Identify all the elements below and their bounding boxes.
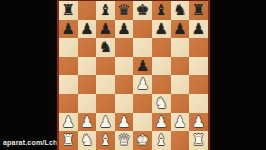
square-h8[interactable]: ♜ [189, 1, 208, 20]
square-g3[interactable] [171, 94, 190, 113]
square-d3[interactable] [115, 94, 134, 113]
square-c6[interactable]: ♞ [96, 38, 115, 57]
square-a8[interactable]: ♜ [59, 1, 78, 20]
black-pawn-piece: ♟ [99, 20, 112, 39]
black-pawn-piece: ♟ [117, 20, 130, 39]
square-e5[interactable]: ♟ [133, 57, 152, 76]
white-pawn-piece: ♟ [155, 113, 168, 132]
square-f7[interactable]: ♟ [152, 20, 171, 39]
square-h6[interactable] [189, 38, 208, 57]
square-d6[interactable] [115, 38, 134, 57]
square-d4[interactable] [115, 75, 134, 94]
square-c5[interactable] [96, 57, 115, 76]
square-b6[interactable] [78, 38, 97, 57]
black-rook-piece: ♜ [192, 1, 205, 20]
square-h2[interactable]: ♟ [189, 113, 208, 132]
square-a2[interactable]: ♟ [59, 113, 78, 132]
black-queen-piece: ♛ [117, 1, 130, 20]
square-a5[interactable] [59, 57, 78, 76]
square-g4[interactable] [171, 75, 190, 94]
white-rook-piece: ♜ [62, 131, 75, 150]
white-knight-piece: ♞ [80, 131, 93, 150]
square-c7[interactable]: ♟ [96, 20, 115, 39]
chess-board-grid: ♜♝♛♚♝♞♜♟♟♟♟♟♟♟♞♟♟♞♟♟♟♟♟♟♟♜♞♝♛♚♝♜ [59, 1, 208, 150]
white-pawn-piece: ♟ [99, 113, 112, 132]
black-pawn-piece: ♟ [155, 20, 168, 39]
square-f5[interactable] [152, 57, 171, 76]
white-pawn-piece: ♟ [80, 113, 93, 132]
watermark: aparat.com/Lch [3, 139, 58, 146]
square-c1[interactable]: ♝ [96, 131, 115, 150]
white-queen-piece: ♛ [117, 131, 130, 150]
white-pawn-piece: ♟ [62, 113, 75, 132]
white-bishop-piece: ♝ [155, 131, 168, 150]
black-knight-piece: ♞ [99, 38, 112, 57]
square-f1[interactable]: ♝ [152, 131, 171, 150]
white-pawn-piece: ♟ [117, 113, 130, 132]
square-b3[interactable] [78, 94, 97, 113]
square-b5[interactable] [78, 57, 97, 76]
square-b1[interactable]: ♞ [78, 131, 97, 150]
square-a1[interactable]: ♜ [59, 131, 78, 150]
square-h1[interactable]: ♜ [189, 131, 208, 150]
square-e6[interactable] [133, 38, 152, 57]
black-king-piece: ♚ [136, 1, 149, 20]
square-d5[interactable] [115, 57, 134, 76]
white-rook-piece: ♜ [192, 131, 205, 150]
white-bishop-piece: ♝ [99, 131, 112, 150]
square-a6[interactable] [59, 38, 78, 57]
square-e4[interactable]: ♟ [133, 75, 152, 94]
square-g7[interactable]: ♟ [171, 20, 190, 39]
square-a3[interactable] [59, 94, 78, 113]
square-h3[interactable] [189, 94, 208, 113]
square-e8[interactable]: ♚ [133, 1, 152, 20]
square-b7[interactable]: ♟ [78, 20, 97, 39]
black-pawn-piece: ♟ [192, 20, 205, 39]
square-e7[interactable] [133, 20, 152, 39]
square-b8[interactable] [78, 1, 97, 20]
square-f3[interactable]: ♞ [152, 94, 171, 113]
black-rook-piece: ♜ [62, 1, 75, 20]
square-d7[interactable]: ♟ [115, 20, 134, 39]
square-e3[interactable] [133, 94, 152, 113]
chess-board: ♜♝♛♚♝♞♜♟♟♟♟♟♟♟♞♟♟♞♟♟♟♟♟♟♟♜♞♝♛♚♝♜ [57, 0, 210, 150]
black-pawn-piece: ♟ [62, 20, 75, 39]
square-d2[interactable]: ♟ [115, 113, 134, 132]
square-h4[interactable] [189, 75, 208, 94]
square-e2[interactable] [133, 113, 152, 132]
black-pawn-piece: ♟ [80, 20, 93, 39]
black-knight-piece: ♞ [173, 1, 186, 20]
white-pawn-piece: ♟ [192, 113, 205, 132]
square-f6[interactable] [152, 38, 171, 57]
square-c2[interactable]: ♟ [96, 113, 115, 132]
black-pawn-piece: ♟ [173, 20, 186, 39]
square-c8[interactable]: ♝ [96, 1, 115, 20]
square-c4[interactable] [96, 75, 115, 94]
square-e1[interactable]: ♚ [133, 131, 152, 150]
white-pawn-piece: ♟ [173, 113, 186, 132]
square-f4[interactable] [152, 75, 171, 94]
square-c3[interactable] [96, 94, 115, 113]
square-g8[interactable]: ♞ [171, 1, 190, 20]
square-f2[interactable]: ♟ [152, 113, 171, 132]
square-b2[interactable]: ♟ [78, 113, 97, 132]
video-frame: aparat.com/Lch ♜♝♛♚♝♞♜♟♟♟♟♟♟♟♞♟♟♞♟♟♟♟♟♟♟… [0, 0, 266, 150]
white-pawn-piece: ♟ [136, 75, 149, 94]
square-h5[interactable] [189, 57, 208, 76]
square-a4[interactable] [59, 75, 78, 94]
square-g5[interactable] [171, 57, 190, 76]
square-d8[interactable]: ♛ [115, 1, 134, 20]
square-f8[interactable]: ♝ [152, 1, 171, 20]
black-bishop-piece: ♝ [155, 1, 168, 20]
square-a7[interactable]: ♟ [59, 20, 78, 39]
square-b4[interactable] [78, 75, 97, 94]
white-king-piece: ♚ [136, 131, 149, 150]
black-pawn-piece: ♟ [136, 57, 149, 76]
square-g6[interactable] [171, 38, 190, 57]
square-g2[interactable]: ♟ [171, 113, 190, 132]
square-g1[interactable] [171, 131, 190, 150]
white-knight-piece: ♞ [155, 94, 168, 113]
square-d1[interactable]: ♛ [115, 131, 134, 150]
square-h7[interactable]: ♟ [189, 20, 208, 39]
black-bishop-piece: ♝ [99, 1, 112, 20]
